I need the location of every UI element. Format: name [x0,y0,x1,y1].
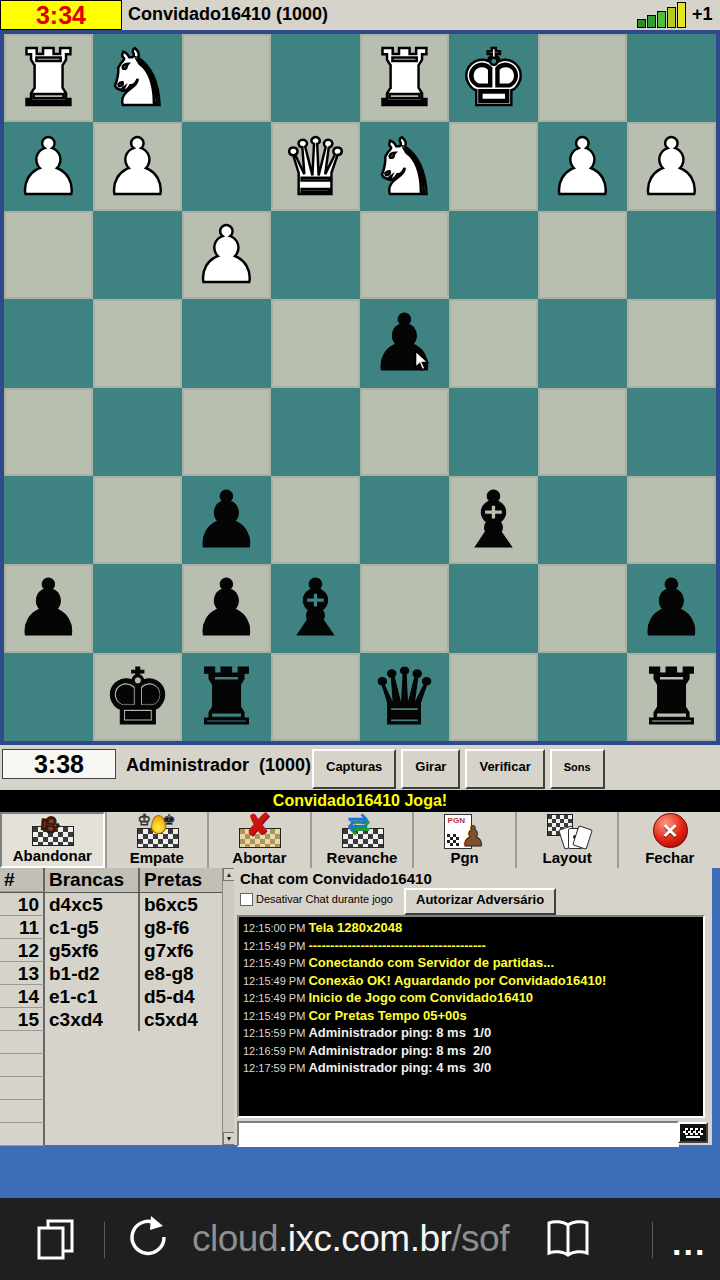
square-b6[interactable] [538,476,627,564]
black-rook[interactable]: ♜ [192,654,262,740]
divider [652,1222,653,1258]
square-b4[interactable] [538,299,627,387]
square-c4[interactable] [449,299,538,387]
chess-board[interactable]: ♜♞♜♚♟♟♛♞♟♟♟♟♟♝♟♟♝♟♚♜♛♜ [0,30,720,745]
black-pawn[interactable]: ♟ [192,565,262,651]
black-pawn[interactable]: ♟ [192,477,262,563]
move-row[interactable]: 10d4xc5b6xc5 [0,893,222,916]
chat-input[interactable] [237,1121,679,1147]
layout-icon [544,813,590,849]
black-pawn[interactable]: ♟ [14,565,84,651]
abort-button[interactable]: ✘ Abortar [207,812,310,868]
signal-bars-icon [637,3,687,28]
square-h4[interactable] [4,299,93,387]
square-b5[interactable] [538,388,627,476]
move-row[interactable]: 13b1-d2e8-g8 [0,962,222,985]
chat-title: Chat com Convidado16410 [240,870,432,887]
draw-icon: ♔♚ [134,813,180,849]
square-a5[interactable] [627,388,716,476]
reading-list-icon[interactable] [542,1198,594,1280]
chat-message: 12:15:49 PM Inicio de Jogo com Convidado… [243,989,699,1007]
square-a7[interactable]: ♟ [627,564,716,652]
draw-button[interactable]: ♔♚ Empate [105,812,208,868]
move-row-empty [0,1100,222,1123]
black-bishop[interactable]: ♝ [459,477,529,563]
verify-button[interactable]: Verificar [465,749,544,789]
square-c8[interactable] [449,653,538,741]
chat-message: 12:15:59 PM Administrador ping: 8 ms 1/0 [243,1024,699,1042]
captures-button[interactable]: Capturas [312,749,396,789]
square-e6[interactable] [271,476,360,564]
more-options-icon[interactable]: ... [672,1224,706,1263]
move-row[interactable]: 15c3xd4c5xd4 [0,1008,222,1031]
square-g5[interactable] [93,388,182,476]
square-e1[interactable] [271,34,360,122]
square-f5[interactable] [182,388,271,476]
signal-bar [677,2,686,28]
square-g4[interactable] [93,299,182,387]
move-table-header: #BrancasPretas [0,868,222,893]
opponent-name: Convidado16410 (1000) [128,4,328,25]
keyboard-icon[interactable] [678,1122,708,1143]
square-g7[interactable] [93,564,182,652]
square-d5[interactable] [360,388,449,476]
square-f2[interactable] [182,122,271,210]
player-clock: 3:38 [2,749,116,779]
chat-message: 12:15:49 PM Cor Pretas Tempo 05+00s [243,1007,699,1025]
ping-increment-label: +1 [692,4,713,25]
square-b3[interactable] [538,211,627,299]
pgn-icon: PGN ♟ [442,813,488,849]
white-rook[interactable]: ♜ [370,35,440,121]
disable-chat-label: Desativar Chat durante jogo [256,893,393,905]
top-player-bar: 3:34 Convidado16410 (1000) +1 [0,0,720,31]
square-c2[interactable] [449,122,538,210]
square-h7[interactable]: ♟ [4,564,93,652]
signal-bar [647,15,656,28]
black-queen[interactable]: ♛ [370,654,440,740]
signal-bar [637,19,646,28]
board-option-buttons: Capturas Girar Verificar Sons [312,749,605,789]
disable-chat-checkbox[interactable] [240,893,253,906]
square-d1[interactable]: ♜ [360,34,449,122]
move-list-table[interactable]: #BrancasPretas10d4xc5b6xc511c1-g5g8-f612… [0,868,222,1145]
square-g2[interactable]: ♟ [93,122,182,210]
black-bishop[interactable]: ♝ [281,565,351,651]
square-e3[interactable] [271,211,360,299]
signal-bar [657,11,666,28]
address-bar[interactable]: cloud.ixc.com.br/sof [192,1198,509,1280]
close-icon: ✕ [647,813,693,849]
pgn-button[interactable]: PGN ♟ Pgn [412,812,515,868]
square-d7[interactable] [360,564,449,652]
square-d6[interactable] [360,476,449,564]
black-rook[interactable]: ♜ [637,654,707,740]
square-g3[interactable] [93,211,182,299]
move-row-empty [0,1123,222,1146]
col-black: Pretas [140,868,222,892]
square-h2[interactable]: ♟ [4,122,93,210]
col-white: Brancas [45,868,140,892]
chat-message: 12:17:59 PM Administrador ping: 4 ms 3/0 [243,1059,699,1077]
square-e7[interactable]: ♝ [271,564,360,652]
square-b1[interactable] [538,34,627,122]
square-d4[interactable]: ♟ [360,299,449,387]
square-a6[interactable] [627,476,716,564]
chat-message: 12:15:49 PM Conectando com Servidor de p… [243,954,699,972]
square-c3[interactable] [449,211,538,299]
white-rook[interactable]: ♜ [14,35,84,121]
app-screen: 3:34 Convidado16410 (1000) +1 ♜♞♜♚♟♟♛♞♟♟… [0,0,720,1280]
square-h6[interactable] [4,476,93,564]
bottom-player-bar: 3:38 Administrador (1000) Capturas Girar… [0,745,720,790]
abort-icon: ✘ [236,813,282,849]
lower-content: #BrancasPretas10d4xc5b6xc511c1-g5g8-f612… [0,868,720,1198]
layout-button[interactable]: Layout [515,812,618,868]
abandon-icon: ♚ [29,814,75,847]
authorize-opponent-button[interactable]: Autorizar Adversário [404,888,556,915]
square-e5[interactable] [271,388,360,476]
tabs-icon[interactable] [34,1198,78,1280]
square-c1[interactable]: ♚ [449,34,538,122]
square-c6[interactable]: ♝ [449,476,538,564]
white-pawn[interactable]: ♟ [548,124,618,210]
square-d8[interactable]: ♛ [360,653,449,741]
white-pawn[interactable]: ♟ [192,212,262,298]
white-queen[interactable]: ♛ [281,124,351,210]
square-d3[interactable] [360,211,449,299]
square-h5[interactable] [4,388,93,476]
chat-log[interactable]: 12:15:00 PM Tela 1280x204812:15:49 PM --… [237,915,705,1118]
move-row-empty [0,1054,222,1077]
black-pawn[interactable]: ♟ [370,300,440,386]
move-row[interactable]: 11c1-g5g8-f6 [0,916,222,939]
square-g1[interactable]: ♞ [93,34,182,122]
divider [104,1222,105,1258]
square-d2[interactable]: ♞ [360,122,449,210]
chat-message: 12:16:59 PM Administrador ping: 8 ms 2/0 [243,1042,699,1060]
close-button[interactable]: ✕ Fechar [617,812,720,868]
square-a4[interactable] [627,299,716,387]
square-b7[interactable] [538,564,627,652]
white-knight[interactable]: ♞ [370,124,440,210]
move-row-empty [0,1031,222,1054]
square-f1[interactable] [182,34,271,122]
chat-message: 12:15:00 PM Tela 1280x2048 [243,919,699,937]
browser-bottom-bar: cloud.ixc.com.br/sof ... [0,1198,720,1280]
square-g8[interactable]: ♚ [93,653,182,741]
chat-panel: Chat com Convidado16410 Desativar Chat d… [234,868,712,1145]
flip-board-button[interactable]: Girar [401,749,460,789]
square-f3[interactable]: ♟ [182,211,271,299]
square-b8[interactable] [538,653,627,741]
square-e8[interactable] [271,653,360,741]
square-f7[interactable]: ♟ [182,564,271,652]
chat-message: 12:15:49 PM ----------------------------… [243,937,699,955]
square-b2[interactable]: ♟ [538,122,627,210]
white-king[interactable]: ♚ [459,35,529,121]
square-h1[interactable]: ♜ [4,34,93,122]
square-e2[interactable]: ♛ [271,122,360,210]
move-row-empty [0,1077,222,1100]
square-f6[interactable]: ♟ [182,476,271,564]
abandon-button[interactable]: ♚ Abandonar [0,812,105,868]
rematch-button[interactable]: ⇄ Revanche [310,812,413,868]
square-g6[interactable] [93,476,182,564]
move-row[interactable]: 12g5xf6g7xf6 [0,939,222,962]
square-c5[interactable] [449,388,538,476]
white-pawn[interactable]: ♟ [14,124,84,210]
square-a1[interactable] [627,34,716,122]
square-a3[interactable] [627,211,716,299]
signal-bar [667,7,676,28]
col-num: # [0,868,45,892]
sounds-button[interactable]: Sons [550,749,605,789]
square-f4[interactable] [182,299,271,387]
square-h8[interactable] [4,653,93,741]
move-row[interactable]: 14e1-c1d5-d4 [0,985,222,1008]
square-h3[interactable] [4,211,93,299]
white-pawn[interactable]: ♟ [637,124,707,210]
mouse-cursor-icon [411,350,433,372]
refresh-icon[interactable] [124,1198,172,1280]
square-e4[interactable] [271,299,360,387]
white-knight[interactable]: ♞ [103,35,173,121]
black-pawn[interactable]: ♟ [637,565,707,651]
game-toolbar: ♚ Abandonar ♔♚ Empate ✘ Abortar ⇄ Revanc… [0,812,720,869]
square-a8[interactable]: ♜ [627,653,716,741]
rematch-icon: ⇄ [339,813,385,849]
square-f8[interactable]: ♜ [182,653,271,741]
chat-message: 12:15:49 PM Conexão OK! Aguardando por C… [243,972,699,990]
white-pawn[interactable]: ♟ [103,124,173,210]
square-c7[interactable] [449,564,538,652]
opponent-clock: 3:34 [0,0,122,30]
player-name: Administrador (1000) [126,755,311,776]
black-king[interactable]: ♚ [103,654,173,740]
square-a2[interactable]: ♟ [627,122,716,210]
